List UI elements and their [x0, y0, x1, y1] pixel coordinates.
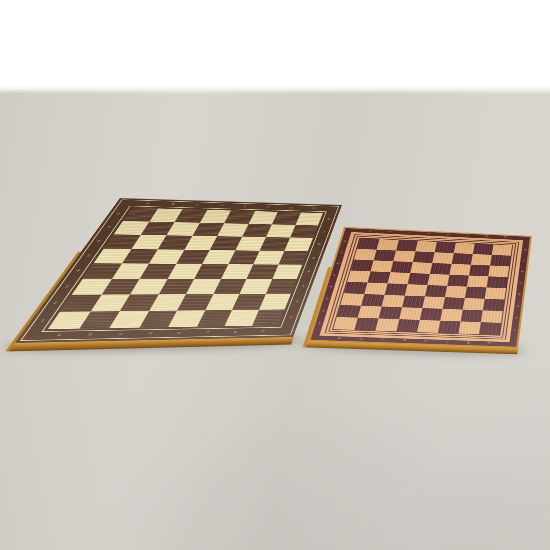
- square-f1: [438, 321, 461, 334]
- square-h3: [483, 299, 505, 311]
- board-squares: [332, 238, 513, 336]
- square-h8: [295, 212, 323, 225]
- square-h5: [486, 276, 507, 288]
- square-e7: [432, 252, 453, 264]
- square-d6: [410, 262, 432, 274]
- square-e3: [422, 296, 445, 308]
- chessboard-mahogany-small: abcdefghabcdefgh8765432187654321: [308, 227, 532, 348]
- square-f6: [449, 264, 470, 276]
- square-f4: [445, 286, 467, 298]
- square-e2: [420, 308, 443, 321]
- square-e4: [425, 285, 447, 297]
- square-d2: [399, 307, 422, 320]
- product-photo-scene: abcdefghabcdefgh8765432187654321 abcdefg…: [0, 0, 550, 550]
- square-g7: [471, 254, 492, 265]
- square-f3: [443, 297, 465, 309]
- square-h7: [290, 225, 318, 238]
- square-d3: [402, 296, 425, 308]
- square-d7: [413, 251, 435, 263]
- square-g4: [465, 287, 487, 299]
- square-e1: [417, 320, 440, 333]
- square-d4: [405, 284, 428, 296]
- square-d1: [396, 319, 419, 332]
- square-d5: [408, 273, 430, 285]
- square-h4: [485, 287, 506, 299]
- square-g1: [458, 321, 480, 334]
- square-g3: [463, 298, 485, 310]
- board-face: abcdefghabcdefgh8765432187654321: [308, 227, 532, 348]
- square-h1: [479, 322, 501, 335]
- square-g5: [467, 276, 488, 288]
- square-h6: [488, 265, 509, 277]
- square-f2: [440, 309, 463, 322]
- square-e5: [427, 274, 449, 286]
- square-f5: [447, 275, 469, 287]
- square-e6: [430, 263, 452, 275]
- square-g2: [461, 310, 483, 323]
- square-h7: [490, 255, 511, 266]
- square-g6: [469, 265, 490, 277]
- square-h2: [481, 310, 503, 323]
- square-f7: [452, 253, 473, 265]
